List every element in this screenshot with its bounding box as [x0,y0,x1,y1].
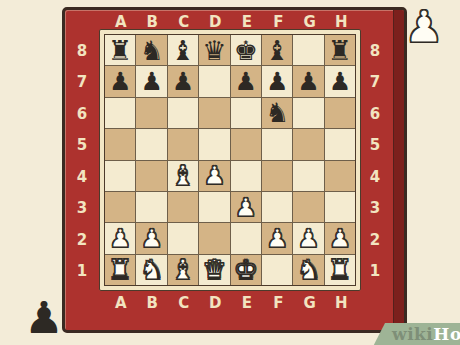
square-a7: ♟ [105,66,135,96]
square-h6 [325,98,355,128]
square-e7: ♟ [231,66,261,96]
white-pawn-icon: ♟ [329,226,351,251]
square-f4 [262,161,292,191]
square-e8: ♚ [231,35,261,65]
square-h5 [325,129,355,159]
black-pawn-icon: ♟ [172,69,194,94]
square-h3 [325,192,355,222]
square-b6 [136,98,166,128]
square-c4: ♝ [168,161,198,191]
square-e3: ♟ [231,192,261,222]
coord-label-7: 7 [65,67,99,99]
coord-label-3: 3 [65,193,99,225]
black-pawn-icon: ♟ [266,69,288,94]
square-e1: ♚ [231,255,261,285]
white-pawn-icon: ♟ [140,226,162,251]
black-bishop-icon: ♝ [171,37,195,64]
square-f7: ♟ [262,66,292,96]
square-d4: ♟ [199,161,229,191]
black-pawn-icon: ♟ [109,69,131,94]
board-side-edge [393,10,404,330]
square-d6 [199,98,229,128]
square-d1: ♛ [199,255,229,285]
white-knight-icon: ♞ [296,256,320,283]
square-g5 [293,129,323,159]
coord-label-2: 2 [65,224,99,256]
white-pawn-icon: ♟ [235,195,257,220]
black-pawn-icon: ♟ [297,69,319,94]
coord-label-B: B [137,290,169,316]
square-b3 [136,192,166,222]
square-g2: ♟ [293,223,323,253]
square-h1: ♜ [325,255,355,285]
square-c5 [168,129,198,159]
decorative-white-pawn: ♟ [404,2,444,52]
square-g7: ♟ [293,66,323,96]
square-d5 [199,129,229,159]
white-queen-icon: ♛ [202,256,226,283]
white-pawn-icon: ♟ [404,5,443,49]
square-f8: ♝ [262,35,292,65]
white-pawn-icon: ♟ [109,226,131,251]
wikihow-how-text: How [433,324,460,344]
coord-label-F: F [263,290,295,316]
square-a8: ♜ [105,35,135,65]
black-rook-icon: ♜ [328,37,352,64]
square-a4 [105,161,135,191]
square-b2: ♟ [136,223,166,253]
board-inner-bevel: ♜♞♝♛♚♝♜♟♟♟♟♟♟♟♞♝♟♟♟♟♟♟♟♜♞♝♛♚♞♜ [99,29,361,291]
white-king-icon: ♚ [234,256,258,283]
square-a2: ♟ [105,223,135,253]
white-bishop-icon: ♝ [171,256,195,283]
white-bishop-icon: ♝ [171,162,195,189]
coord-label-G: G [294,290,326,316]
square-a3 [105,192,135,222]
chess-board: ♜♞♝♛♚♝♜♟♟♟♟♟♟♟♞♝♟♟♟♟♟♟♟♜♞♝♛♚♞♜ [104,34,356,286]
square-h4 [325,161,355,191]
square-h8: ♜ [325,35,355,65]
square-d8: ♛ [199,35,229,65]
square-a6 [105,98,135,128]
white-rook-icon: ♜ [108,256,132,283]
coord-label-5: 5 [357,130,393,162]
square-d7 [199,66,229,96]
black-pawn-icon: ♟ [329,69,351,94]
square-f3 [262,192,292,222]
square-c3 [168,192,198,222]
square-c6 [168,98,198,128]
rank-labels-right: 87654321 [357,35,393,287]
black-bishop-icon: ♝ [265,37,289,64]
square-g6 [293,98,323,128]
square-h2: ♟ [325,223,355,253]
square-g8 [293,35,323,65]
coord-label-6: 6 [357,98,393,130]
coord-label-4: 4 [357,161,393,193]
square-d2 [199,223,229,253]
square-c2 [168,223,198,253]
square-c8: ♝ [168,35,198,65]
square-g3 [293,192,323,222]
white-pawn-icon: ♟ [297,226,319,251]
square-b1: ♞ [136,255,166,285]
decorative-black-pawn: ♟ [24,293,64,343]
black-pawn-icon: ♟ [235,69,257,94]
square-f1 [262,255,292,285]
coord-label-2: 2 [357,224,393,256]
square-g1: ♞ [293,255,323,285]
coord-label-7: 7 [357,67,393,99]
square-c1: ♝ [168,255,198,285]
square-f2: ♟ [262,223,292,253]
coord-label-6: 6 [65,98,99,130]
square-c7: ♟ [168,66,198,96]
square-e6 [231,98,261,128]
square-g4 [293,161,323,191]
wikihow-watermark: wikiHow [392,323,460,345]
file-labels-bottom: ABCDEFGH [105,290,357,316]
coord-label-8: 8 [357,35,393,67]
square-a5 [105,129,135,159]
square-b8: ♞ [136,35,166,65]
square-e2 [231,223,261,253]
white-rook-icon: ♜ [328,256,352,283]
square-a1: ♜ [105,255,135,285]
black-rook-icon: ♜ [108,37,132,64]
black-pawn-icon: ♟ [140,69,162,94]
square-b4 [136,161,166,191]
black-knight-icon: ♞ [265,99,289,126]
white-pawn-icon: ♟ [266,226,288,251]
square-b5 [136,129,166,159]
black-knight-icon: ♞ [139,37,163,64]
black-queen-icon: ♛ [202,37,226,64]
coord-label-4: 4 [65,161,99,193]
white-knight-icon: ♞ [139,256,163,283]
coord-label-C: C [168,290,200,316]
coord-label-5: 5 [65,130,99,162]
coord-label-A: A [105,290,137,316]
square-e5 [231,129,261,159]
coord-label-1: 1 [357,256,393,288]
coord-label-H: H [326,290,358,316]
square-f5 [262,129,292,159]
coord-label-3: 3 [357,193,393,225]
square-d3 [199,192,229,222]
square-b7: ♟ [136,66,166,96]
chess-board-frame: ABCDEFGH ABCDEFGH 87654321 87654321 ♜♞♝♛… [62,7,407,333]
black-king-icon: ♚ [234,37,258,64]
square-h7: ♟ [325,66,355,96]
coord-label-D: D [200,290,232,316]
coord-label-8: 8 [65,35,99,67]
white-pawn-icon: ♟ [203,163,225,188]
black-pawn-icon: ♟ [24,296,63,340]
coord-label-E: E [231,290,263,316]
square-f6: ♞ [262,98,292,128]
wikihow-wiki-text: wiki [392,324,433,344]
square-e4 [231,161,261,191]
rank-labels-left: 87654321 [65,35,99,287]
coord-label-1: 1 [65,256,99,288]
